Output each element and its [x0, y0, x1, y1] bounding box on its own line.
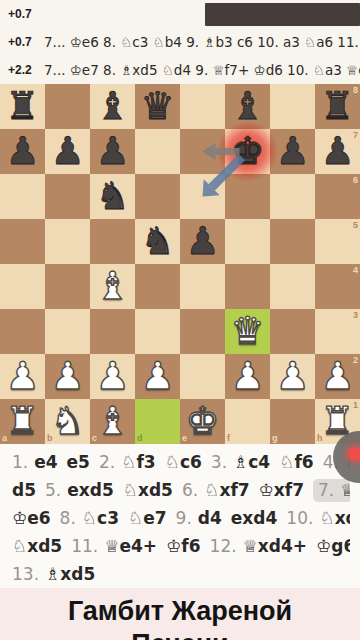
- square-f7[interactable]: ♚: [225, 129, 270, 174]
- chess-board[interactable]: ♜♝♛♝♜8♟♟♟♚♟♟7♞6♞♟5♝4♛3♟♟♟♟♟♟♟2♜a♞b♝cd♚ef…: [0, 84, 360, 444]
- move[interactable]: e5: [67, 452, 90, 472]
- move-list-line: 1.e4e52.♘f3♘c63.♗c4♘f64.♘g5: [12, 448, 350, 476]
- square-e4[interactable]: [180, 264, 225, 309]
- move[interactable]: d5: [12, 480, 36, 500]
- square-c4[interactable]: ♝: [90, 264, 135, 309]
- engine-line-3[interactable]: +2.2 7... ♔e7 8. ♗xd5 ♘d4 9. ♕f7+ ♔d6 10…: [0, 56, 360, 84]
- square-d2[interactable]: ♟: [135, 354, 180, 399]
- square-h2[interactable]: ♟2: [315, 354, 360, 399]
- square-c3[interactable]: [90, 309, 135, 354]
- square-d6[interactable]: [135, 174, 180, 219]
- piece-white-pawn: ♟: [270, 354, 315, 399]
- square-f5[interactable]: [225, 219, 270, 264]
- square-a3[interactable]: [0, 309, 45, 354]
- square-b5[interactable]: [45, 219, 90, 264]
- file-label: e: [182, 433, 187, 443]
- move-list-line: ♘xd511.♕e4+♔f612.♕xd4+♔g6: [12, 532, 350, 560]
- piece-white-pawn: ♟: [0, 354, 45, 399]
- square-d1[interactable]: d: [135, 399, 180, 444]
- square-b4[interactable]: [45, 264, 90, 309]
- move-number: 6.: [182, 480, 198, 500]
- rank-label: 5: [353, 220, 358, 230]
- piece-black-rook: ♜: [0, 84, 45, 129]
- square-a6[interactable]: [0, 174, 45, 219]
- move[interactable]: exd4: [231, 508, 278, 528]
- square-h3[interactable]: 3: [315, 309, 360, 354]
- file-label: b: [47, 433, 53, 443]
- rank-label: 4: [353, 265, 358, 275]
- piece-black-pawn: ♟: [0, 129, 45, 174]
- rank-label: 1: [353, 400, 358, 410]
- piece-white-bishop: ♝: [90, 264, 135, 309]
- rank-label: 6: [353, 175, 358, 185]
- square-h7[interactable]: ♟7: [315, 129, 360, 174]
- square-a5[interactable]: [0, 219, 45, 264]
- move-number: 7.: [318, 480, 334, 500]
- square-c8[interactable]: ♝: [90, 84, 135, 129]
- piece-black-bishop: ♝: [90, 84, 135, 129]
- engine-eval: +2.2: [8, 63, 44, 77]
- square-g3[interactable]: [270, 309, 315, 354]
- square-d4[interactable]: [135, 264, 180, 309]
- engine-pv: 7... ♔e6 8. ♘c3 ♘b4 9. ♗b3 c6 10. a3 ♘a6…: [44, 34, 360, 50]
- move-number: 12.: [210, 536, 237, 556]
- square-b7[interactable]: ♟: [45, 129, 90, 174]
- piece-black-king: ♚: [225, 129, 270, 174]
- move[interactable]: ♘c3: [82, 508, 119, 528]
- rank-label: 8: [353, 85, 358, 95]
- square-e5[interactable]: ♟: [180, 219, 225, 264]
- move[interactable]: ♕xd4+: [243, 536, 307, 556]
- square-g5[interactable]: [270, 219, 315, 264]
- move-number: 5.: [45, 480, 61, 500]
- square-f2[interactable]: ♟: [225, 354, 270, 399]
- file-label: c: [92, 433, 97, 443]
- file-label: h: [317, 433, 323, 443]
- square-f3[interactable]: ♛: [225, 309, 270, 354]
- engine-line-2[interactable]: +0.7 7... ♔e6 8. ♘c3 ♘b4 9. ♗b3 c6 10. a…: [0, 28, 360, 56]
- rank-label: 7: [353, 130, 358, 140]
- move-list-line: d55.exd5♘xd56.♘xf7♔xf77.♕f3+: [12, 476, 350, 504]
- piece-black-pawn: ♟: [180, 219, 225, 264]
- file-label: g: [272, 433, 278, 443]
- square-d8[interactable]: ♛: [135, 84, 180, 129]
- move-number: 9.: [176, 508, 192, 528]
- square-b3[interactable]: [45, 309, 90, 354]
- square-b1[interactable]: ♞b: [45, 399, 90, 444]
- file-label: a: [2, 433, 7, 443]
- move[interactable]: e4: [34, 452, 57, 472]
- move: ♕f3+: [340, 480, 350, 500]
- square-c5[interactable]: [90, 219, 135, 264]
- piece-black-pawn: ♟: [90, 129, 135, 174]
- move[interactable]: ♘f6: [279, 452, 313, 472]
- piece-white-queen: ♛: [225, 309, 270, 354]
- piece-black-queen: ♛: [135, 84, 180, 129]
- square-g7[interactable]: ♟: [270, 129, 315, 174]
- square-h5[interactable]: 5: [315, 219, 360, 264]
- opening-title-line1: Гамбит Жареной: [0, 595, 360, 628]
- opening-title-line2: Печени: [0, 628, 360, 640]
- square-f1[interactable]: f: [225, 399, 270, 444]
- move[interactable]: ♔e6: [12, 508, 51, 528]
- move[interactable]: ♗xd5: [45, 564, 95, 584]
- move-number: 1.: [12, 452, 28, 472]
- square-h6[interactable]: 6: [315, 174, 360, 219]
- engine-pv: 7... ♔e7 8. ♗xd5 ♘d4 9. ♕f7+ ♔d6 10. ♘a3…: [44, 62, 360, 78]
- move-number: 8.: [60, 508, 76, 528]
- opening-title: Гамбит Жареной Печени: [0, 588, 360, 640]
- current-move[interactable]: 7.♕f3+: [313, 479, 350, 502]
- square-e2[interactable]: [180, 354, 225, 399]
- square-a1[interactable]: ♜a: [0, 399, 45, 444]
- move-number: 3.: [211, 452, 227, 472]
- square-a2[interactable]: ♟: [0, 354, 45, 399]
- piece-white-pawn: ♟: [135, 354, 180, 399]
- move[interactable]: ♗c4: [233, 452, 270, 472]
- square-a7[interactable]: ♟: [0, 129, 45, 174]
- move[interactable]: ♕e4+: [104, 536, 157, 556]
- square-d7[interactable]: [135, 129, 180, 174]
- move[interactable]: ♘xd5: [319, 508, 350, 528]
- square-e1[interactable]: ♚e: [180, 399, 225, 444]
- move-number: 10.: [286, 508, 313, 528]
- engine-eval: +0.7: [8, 35, 44, 49]
- move-list: 1.e4e52.♘f3♘c63.♗c4♘f64.♘g5d55.exd5♘xd56…: [0, 444, 360, 588]
- move[interactable]: ♘xd5: [123, 480, 173, 500]
- move[interactable]: d4: [198, 508, 222, 528]
- engine-eval: +0.7: [8, 7, 44, 21]
- move[interactable]: ♘xd5: [12, 536, 62, 556]
- square-e3[interactable]: [180, 309, 225, 354]
- piece-white-pawn: ♟: [45, 354, 90, 399]
- square-g2[interactable]: ♟: [270, 354, 315, 399]
- move[interactable]: ♔f6: [166, 536, 200, 556]
- piece-black-bishop: ♝: [225, 84, 270, 129]
- square-c7[interactable]: ♟: [90, 129, 135, 174]
- move[interactable]: ♘e7: [128, 508, 167, 528]
- square-b6[interactable]: [45, 174, 90, 219]
- piece-black-pawn: ♟: [45, 129, 90, 174]
- record-dot-icon: [348, 447, 360, 461]
- move-number: 2.: [99, 452, 115, 472]
- file-label: f: [227, 433, 230, 443]
- square-c6[interactable]: ♞: [90, 174, 135, 219]
- square-b8[interactable]: [45, 84, 90, 129]
- file-label: d: [137, 433, 143, 443]
- move[interactable]: ♘c6: [165, 452, 202, 472]
- square-c1[interactable]: ♝c: [90, 399, 135, 444]
- rank-label: 3: [353, 310, 358, 320]
- rank-label: 2: [353, 355, 358, 365]
- square-f4[interactable]: [225, 264, 270, 309]
- engine-analysis-panel: +0.7 +0.7 7... ♔e6 8. ♘c3 ♘b4 9. ♗b3 c6 …: [0, 0, 360, 84]
- move[interactable]: exd5: [67, 480, 114, 500]
- move-number: 11.: [71, 536, 98, 556]
- move-list-line: ♔e68.♘c3♘e79.d4exd410.♘xd5: [12, 504, 350, 532]
- square-a4[interactable]: [0, 264, 45, 309]
- square-f8[interactable]: ♝: [225, 84, 270, 129]
- move[interactable]: ♔xf7: [259, 480, 304, 500]
- square-a8[interactable]: ♜: [0, 84, 45, 129]
- square-g1[interactable]: g: [270, 399, 315, 444]
- piece-white-pawn: ♟: [225, 354, 270, 399]
- move-number: 13.: [12, 564, 39, 584]
- move-list-line: 13.♗xd5: [12, 560, 350, 588]
- move[interactable]: ♔g6: [316, 536, 350, 556]
- square-h8[interactable]: ♜8: [315, 84, 360, 129]
- piece-black-pawn: ♟: [270, 129, 315, 174]
- piece-black-knight: ♞: [135, 219, 180, 264]
- move[interactable]: ♘f3: [121, 452, 155, 472]
- square-g4[interactable]: [270, 264, 315, 309]
- piece-white-pawn: ♟: [90, 354, 135, 399]
- square-b2[interactable]: ♟: [45, 354, 90, 399]
- square-d3[interactable]: [135, 309, 180, 354]
- move[interactable]: ♘xf7: [204, 480, 249, 500]
- redacted-overlay-box: [205, 3, 360, 26]
- square-d5[interactable]: ♞: [135, 219, 180, 264]
- square-c2[interactable]: ♟: [90, 354, 135, 399]
- square-h4[interactable]: 4: [315, 264, 360, 309]
- piece-black-knight: ♞: [90, 174, 135, 219]
